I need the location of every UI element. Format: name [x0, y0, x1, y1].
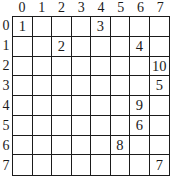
grid-cell-r1c6: 4 [130, 37, 150, 57]
grid-cell-r4c5 [111, 96, 131, 116]
grid-cell-r0c1 [33, 17, 53, 37]
grid-cell-r2c5 [111, 57, 131, 77]
grid-cell-r0c6 [130, 17, 150, 37]
grid-cell-r7c6 [130, 155, 150, 175]
grid-cell-r2c0 [13, 57, 33, 77]
grid-cell-r2c7: 10 [150, 57, 170, 77]
row-label-6: 6 [0, 136, 12, 156]
grid-cell-r1c0 [13, 37, 33, 57]
grid-cell-r4c1 [33, 96, 53, 116]
row-label-3: 3 [0, 76, 12, 96]
grid-cell-r3c6 [130, 76, 150, 96]
grid-cell-r6c1 [33, 136, 53, 156]
grid-cell-r4c6: 9 [130, 96, 150, 116]
col-label-0: 0 [12, 0, 32, 16]
grid-cell-r6c2 [52, 136, 72, 156]
grid-cell-r0c0: 1 [13, 17, 33, 37]
grid-cell-r4c2 [52, 96, 72, 116]
grid-board: 13241059687 [12, 16, 170, 176]
grid-cell-r4c7 [150, 96, 170, 116]
col-label-5: 5 [111, 0, 131, 16]
col-label-7: 7 [150, 0, 170, 16]
grid-cell-r7c3 [72, 155, 92, 175]
grid-cell-r7c5 [111, 155, 131, 175]
grid-cell-r2c2 [52, 57, 72, 77]
grid-cell-r1c2: 2 [52, 37, 72, 57]
row-label-2: 2 [0, 56, 12, 76]
grid-cell-r5c2 [52, 116, 72, 136]
grid-cell-r1c5 [111, 37, 131, 57]
grid-cell-r6c4 [91, 136, 111, 156]
grid-cell-r6c5: 8 [111, 136, 131, 156]
grid-cell-r3c4 [91, 76, 111, 96]
grid-cell-r2c4 [91, 57, 111, 77]
grid-cell-r3c1 [33, 76, 53, 96]
row-labels: 01234567 [0, 16, 12, 176]
grid-cell-r0c3 [72, 17, 92, 37]
grid-cell-r4c4 [91, 96, 111, 116]
grid-cell-r1c1 [33, 37, 53, 57]
grid-cell-r7c1 [33, 155, 53, 175]
grid-cell-r7c0 [13, 155, 33, 175]
col-label-4: 4 [91, 0, 111, 16]
grid-cell-r2c3 [72, 57, 92, 77]
grid-cell-r0c2 [52, 17, 72, 37]
column-labels: 01234567 [12, 0, 170, 16]
grid-cell-r1c3 [72, 37, 92, 57]
grid-cell-r6c3 [72, 136, 92, 156]
grid-cell-r4c0 [13, 96, 33, 116]
grid-cell-r5c6: 6 [130, 116, 150, 136]
grid-cell-r7c7: 7 [150, 155, 170, 175]
grid-cell-r5c7 [150, 116, 170, 136]
grid-cell-r1c7 [150, 37, 170, 57]
grid-cell-r5c3 [72, 116, 92, 136]
grid-cell-r0c4: 3 [91, 17, 111, 37]
grid-cell-r5c0 [13, 116, 33, 136]
grid-cell-r4c3 [72, 96, 92, 116]
row-label-4: 4 [0, 96, 12, 116]
grid-cell-r6c6 [130, 136, 150, 156]
row-label-5: 5 [0, 116, 12, 136]
col-label-2: 2 [52, 0, 72, 16]
col-label-6: 6 [131, 0, 151, 16]
grid-cell-r2c1 [33, 57, 53, 77]
grid-cell-r3c3 [72, 76, 92, 96]
grid-cell-r0c7 [150, 17, 170, 37]
grid-cell-r5c5 [111, 116, 131, 136]
row-label-0: 0 [0, 16, 12, 36]
grid-cell-r3c5 [111, 76, 131, 96]
grid-cell-r6c0 [13, 136, 33, 156]
row-label-1: 1 [0, 36, 12, 56]
grid-cell-r3c7: 5 [150, 76, 170, 96]
grid-cell-r1c4 [91, 37, 111, 57]
puzzle-grid-figure: 01234567 01234567 13241059687 [0, 0, 172, 178]
grid-cell-r3c0 [13, 76, 33, 96]
grid-cell-r0c5 [111, 17, 131, 37]
col-label-1: 1 [32, 0, 52, 16]
grid-cell-r5c4 [91, 116, 111, 136]
grid-cell-r7c4 [91, 155, 111, 175]
grid-cell-r3c2 [52, 76, 72, 96]
grid-cell-r7c2 [52, 155, 72, 175]
grid-cell-r5c1 [33, 116, 53, 136]
row-label-7: 7 [0, 156, 12, 176]
grid-cell-r2c6 [130, 57, 150, 77]
col-label-3: 3 [71, 0, 91, 16]
grid-cell-r6c7 [150, 136, 170, 156]
